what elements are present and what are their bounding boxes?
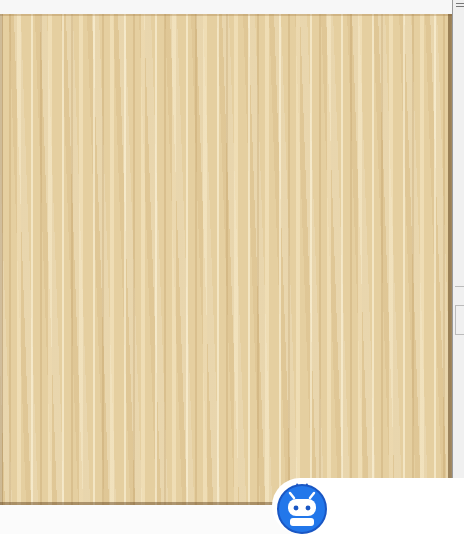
- panel-edge-mark: [455, 286, 464, 287]
- panel-edge-mark: [456, 3, 464, 7]
- xiangqi-board[interactable]: [0, 14, 452, 505]
- right-scrollbar[interactable]: [452, 0, 464, 534]
- watermark: [272, 478, 464, 534]
- file-numbers-strip: [0, 0, 452, 14]
- blueberry-android-logo-icon: [275, 480, 329, 534]
- panel-edge-mark: [455, 305, 464, 335]
